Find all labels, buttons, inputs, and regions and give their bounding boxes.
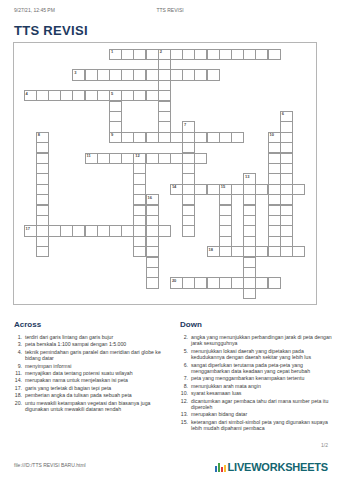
down-clues: Down 2.angka yang menunjukkan perbanding… bbox=[180, 320, 332, 433]
grid-cell[interactable] bbox=[207, 69, 220, 80]
grid-cell[interactable] bbox=[97, 90, 110, 101]
clue-item: 13.merupakan bidang datar bbox=[180, 411, 332, 417]
grid-cell[interactable] bbox=[194, 184, 207, 195]
print-footer: file:///D:/TTS REVISI BARU.html 1/2 LIVE… bbox=[14, 448, 328, 472]
clue-item: 9.menyimpan informsi bbox=[14, 363, 166, 369]
grid-cell[interactable] bbox=[146, 90, 159, 101]
grid-cell[interactable] bbox=[231, 277, 244, 288]
clue-item-number: 20. bbox=[14, 400, 25, 413]
grid-cell[interactable] bbox=[219, 49, 232, 60]
clue-number: 1 bbox=[111, 49, 113, 54]
grid-cell[interactable] bbox=[72, 90, 85, 101]
clue-item-text: dicantumkan agar pembaca tahu dari mana … bbox=[191, 398, 332, 411]
clue-item-number: 11. bbox=[14, 370, 25, 376]
clue-item-text: sangat diperlukan terutama pada peta-pet… bbox=[191, 362, 332, 375]
grid-cell[interactable] bbox=[109, 153, 122, 164]
grid-cell[interactable] bbox=[194, 277, 207, 288]
clue-item-number: 10. bbox=[180, 390, 191, 396]
clue-item-number: 8. bbox=[180, 383, 191, 389]
grid-cell[interactable] bbox=[255, 277, 268, 288]
grid-cell[interactable] bbox=[182, 277, 195, 288]
grid-cell[interactable] bbox=[133, 246, 146, 257]
grid-cell[interactable] bbox=[292, 246, 305, 257]
clue-item-text: syarat kesamaan luas bbox=[191, 390, 332, 396]
clue-item-number: 3. bbox=[14, 341, 25, 347]
clue-item-number: 15. bbox=[180, 419, 191, 432]
clue-item-number: 5. bbox=[180, 348, 191, 361]
clue-item: 11.menyajikan data tentang potensi suatu… bbox=[14, 370, 166, 376]
grid-cell[interactable] bbox=[219, 277, 232, 288]
grid-cell[interactable] bbox=[48, 90, 61, 101]
clue-item: 5.menunjukkan lokasi daerah yang dipetak… bbox=[180, 348, 332, 361]
clue-number: 9 bbox=[111, 132, 113, 137]
clue-number: 4 bbox=[26, 91, 28, 96]
clue-item-number: 2. bbox=[180, 334, 191, 347]
grid-cell[interactable] bbox=[133, 49, 146, 60]
grid-cell[interactable] bbox=[146, 277, 159, 288]
grid-cell[interactable] bbox=[243, 288, 256, 299]
grid-cell[interactable] bbox=[268, 277, 281, 288]
grid-cell[interactable] bbox=[121, 225, 134, 236]
grid-cell[interactable] bbox=[194, 132, 207, 143]
clue-item: 3.peta berskala 1:100 sampai dengan 1:5.… bbox=[14, 341, 166, 347]
grid-cell[interactable] bbox=[219, 132, 232, 143]
clue-number: 15 bbox=[221, 184, 225, 189]
grid-cell[interactable] bbox=[72, 225, 85, 236]
clue-item-number: 7. bbox=[180, 375, 191, 381]
clue-item-number: 12. bbox=[180, 398, 191, 411]
clue-item-number: 4. bbox=[14, 349, 25, 362]
clue-item: 6.sangat diperlukan terutama pada peta-p… bbox=[180, 362, 332, 375]
grid-cell[interactable] bbox=[158, 132, 171, 143]
grid-cell[interactable] bbox=[182, 225, 195, 236]
clue-number: 17 bbox=[26, 226, 30, 231]
grid-cell[interactable]: 17 bbox=[24, 225, 37, 236]
clue-item-text: peta berskala 1:100 sampai dengan 1:5.00… bbox=[25, 341, 166, 347]
grid-cell[interactable] bbox=[255, 246, 268, 257]
grid-cell[interactable] bbox=[182, 49, 195, 60]
grid-cell[interactable] bbox=[121, 153, 134, 164]
grid-cell[interactable] bbox=[182, 69, 195, 80]
liveworksheets-brand: LIVEWORKSHEETS bbox=[215, 462, 329, 472]
across-heading: Across bbox=[14, 320, 166, 329]
grid-cell[interactable] bbox=[60, 90, 73, 101]
grid-cell[interactable] bbox=[36, 90, 49, 101]
clue-item-text: untu mewakili ketampakan vegetasi dan bi… bbox=[25, 400, 166, 413]
grid-cell[interactable]: 1 bbox=[109, 49, 122, 60]
grid-cell[interactable] bbox=[158, 225, 171, 236]
clue-item: 2.angka yang menunjukkan perbandingan ja… bbox=[180, 334, 332, 347]
grid-cell[interactable] bbox=[97, 69, 110, 80]
clue-item-text: menyajikan data tentang potensi suatu wi… bbox=[25, 370, 166, 376]
grid-cell[interactable] bbox=[97, 225, 110, 236]
clue-item: 12.dicantumkan agar pembaca tahu dari ma… bbox=[180, 398, 332, 411]
clue-item-number: 17. bbox=[14, 385, 25, 391]
across-clue-list: 1.terdiri dari garis lintang dan garis b… bbox=[14, 334, 166, 412]
clue-number: 13 bbox=[245, 174, 249, 179]
grid-cell[interactable] bbox=[194, 69, 207, 80]
clue-number: 2 bbox=[160, 49, 162, 54]
clue-item: 10.syarat kesamaan luas bbox=[180, 390, 332, 396]
clue-number: 16 bbox=[148, 195, 152, 200]
grid-cell[interactable] bbox=[158, 153, 171, 164]
clue-item-number: 9. bbox=[14, 363, 25, 369]
grid-cell[interactable] bbox=[121, 49, 134, 60]
grid-cell[interactable] bbox=[36, 246, 49, 257]
clue-item-text: terdiri dari garis lintang dan garis buj… bbox=[25, 334, 166, 340]
clue-number: 6 bbox=[282, 111, 284, 116]
grid-cell[interactable] bbox=[231, 132, 244, 143]
grid-cell[interactable] bbox=[255, 49, 268, 60]
clue-number: 12 bbox=[135, 153, 139, 158]
clue-item: 4.teknik pemindahan garis paralel dan me… bbox=[14, 349, 166, 362]
clue-item: 8.menunjukkan arah mata angin bbox=[180, 383, 332, 389]
grid-cell[interactable] bbox=[48, 225, 61, 236]
grid-cell[interactable] bbox=[243, 49, 256, 60]
grid-cell[interactable] bbox=[292, 184, 305, 195]
grid-cell[interactable] bbox=[231, 184, 244, 195]
grid-cell[interactable] bbox=[194, 153, 207, 164]
grid-cell[interactable] bbox=[219, 246, 232, 257]
grid-cell[interactable] bbox=[146, 69, 159, 80]
clue-item: 1.terdiri dari garis lintang dan garis b… bbox=[14, 334, 166, 340]
clue-number: 5 bbox=[111, 91, 113, 96]
clue-number: 11 bbox=[87, 153, 91, 158]
print-doc-title: TTS REVISI bbox=[14, 7, 326, 13]
crossword-grid: 12345967810111213141516171820 bbox=[13, 42, 317, 305]
across-clues: Across 1.terdiri dari garis lintang dan … bbox=[14, 320, 166, 433]
file-path: file:///D:/TTS REVISI BARU.html bbox=[14, 462, 86, 468]
grid-cell[interactable] bbox=[268, 49, 281, 60]
page-title: TTS REVISI bbox=[14, 23, 88, 38]
clue-item-number: 14. bbox=[14, 377, 25, 383]
clue-item-text: peta yang menggambarkan kenampakan terte… bbox=[191, 375, 332, 381]
clue-item-text: menunjukkan lokasi daerah yang dipetakan… bbox=[191, 348, 332, 361]
grid-cell[interactable] bbox=[133, 132, 146, 143]
liveworksheets-logo-text: LIVEWORKSHEETS bbox=[228, 462, 329, 472]
grid-cell[interactable] bbox=[170, 69, 183, 80]
grid-cell[interactable]: 3 bbox=[72, 69, 85, 80]
clue-item-text: garis yang terletak di bagian tepi peta bbox=[25, 385, 166, 391]
grid-cell[interactable] bbox=[121, 90, 134, 101]
grid-cell[interactable] bbox=[255, 184, 268, 195]
clue-item: 14.merupakan nama untuk menjelaskan isi … bbox=[14, 377, 166, 383]
clue-number: 14 bbox=[172, 184, 176, 189]
grid-cell[interactable]: 14 bbox=[170, 184, 183, 195]
grid-cell[interactable] bbox=[170, 132, 183, 143]
clue-item: 17.garis yang terletak di bagian tepi pe… bbox=[14, 385, 166, 391]
grid-cell[interactable] bbox=[109, 69, 122, 80]
clue-item-text: merupakan nama untuk menjelaskan isi pet… bbox=[25, 377, 166, 383]
grid-cell[interactable] bbox=[133, 90, 146, 101]
clue-item-text: pemberian angka da tulisan pada sebuah p… bbox=[25, 392, 166, 398]
clue-number: 8 bbox=[38, 132, 40, 137]
clue-item: 7.peta yang menggambarkan kenampakan ter… bbox=[180, 375, 332, 381]
clue-number: 3 bbox=[74, 70, 76, 75]
grid-cell[interactable] bbox=[231, 49, 244, 60]
grid-cell[interactable] bbox=[170, 49, 183, 60]
clue-item-number: 1. bbox=[14, 334, 25, 340]
grid-cell[interactable] bbox=[121, 132, 134, 143]
clue-item-text: keterangan dari simbol-simbol peta yang … bbox=[191, 419, 332, 432]
clue-number: 18 bbox=[209, 247, 213, 252]
page-number: 1/2 bbox=[321, 442, 328, 448]
down-heading: Down bbox=[180, 320, 332, 329]
grid-cell[interactable] bbox=[268, 246, 281, 257]
grid-cell[interactable] bbox=[231, 246, 244, 257]
clue-number: 7 bbox=[184, 122, 186, 127]
clue-item-text: menyimpan informsi bbox=[25, 363, 166, 369]
grid-cell[interactable] bbox=[121, 69, 134, 80]
clue-item-text: angka yang menunjukkan perbandingan jara… bbox=[191, 334, 332, 347]
clue-item: 18.pemberian angka da tulisan pada sebua… bbox=[14, 392, 166, 398]
grid-cell[interactable]: 18 bbox=[207, 246, 220, 257]
clue-item: 15.keterangan dari simbol-simbol peta ya… bbox=[180, 419, 332, 432]
clue-item: 20.untu mewakili ketampakan vegetasi dan… bbox=[14, 400, 166, 413]
clue-number: 10 bbox=[270, 132, 274, 137]
grid-cell[interactable] bbox=[170, 153, 183, 164]
grid-cell[interactable]: 20 bbox=[170, 277, 183, 288]
clue-section: Across 1.terdiri dari garis lintang dan … bbox=[14, 320, 332, 433]
grid-cell[interactable] bbox=[133, 69, 146, 80]
grid-cell[interactable] bbox=[194, 49, 207, 60]
clue-item-text: merupakan bidang datar bbox=[191, 411, 332, 417]
clue-item-number: 13. bbox=[180, 411, 191, 417]
grid-cell[interactable] bbox=[146, 132, 159, 143]
grid-cell[interactable] bbox=[280, 246, 293, 257]
grid-cell[interactable]: 9 bbox=[109, 132, 122, 143]
grid-cell[interactable] bbox=[109, 225, 122, 236]
clue-number: 20 bbox=[172, 278, 176, 283]
grid-cell[interactable] bbox=[60, 225, 73, 236]
liveworksheets-logo-icon bbox=[215, 462, 226, 472]
clue-item-text: teknik pemindahan garis paralel dan meri… bbox=[25, 349, 166, 362]
clue-item-text: menunjukkan arah mata angin bbox=[191, 383, 332, 389]
grid-cell[interactable] bbox=[97, 153, 110, 164]
down-clue-list: 2.angka yang menunjukkan perbandingan ja… bbox=[180, 334, 332, 432]
clue-item-number: 6. bbox=[180, 362, 191, 375]
clue-item-number: 18. bbox=[14, 392, 25, 398]
